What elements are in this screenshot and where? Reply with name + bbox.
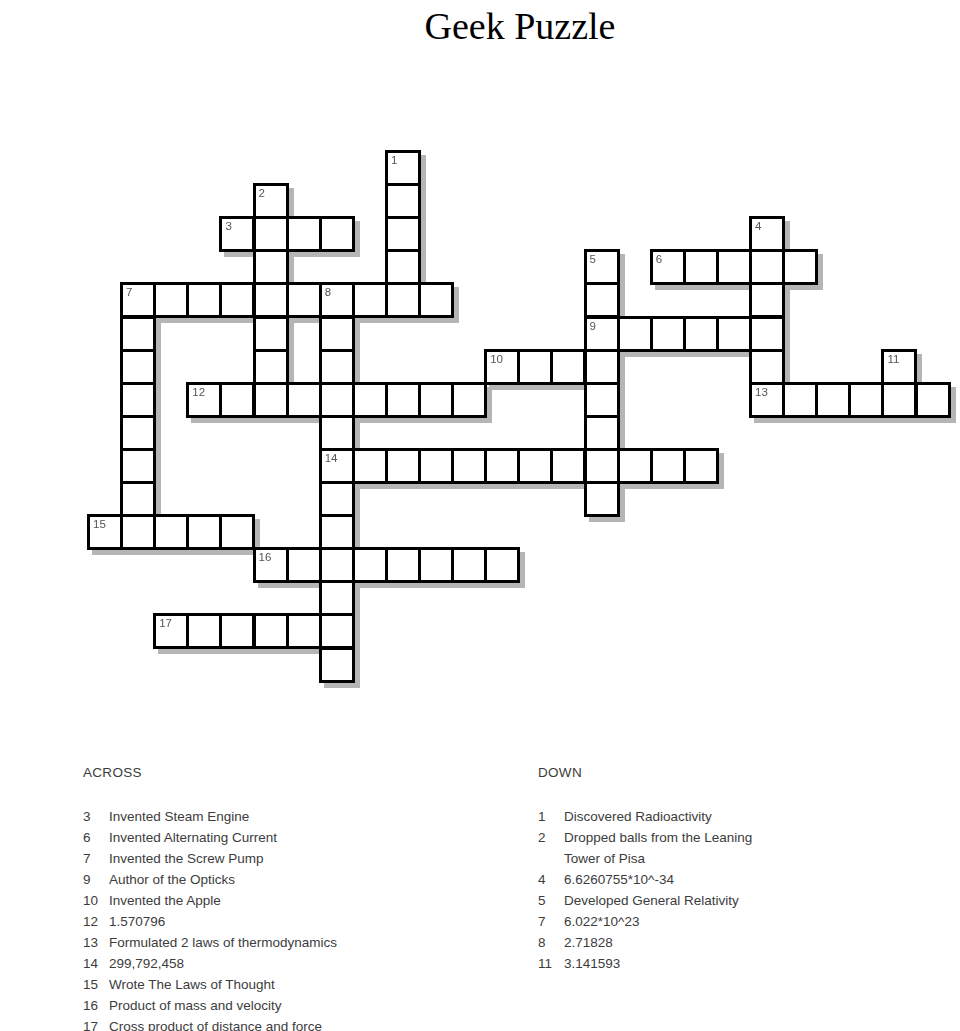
across-clue-17-number: 17	[83, 1016, 109, 1031]
cell-r2c9[interactable]	[385, 216, 421, 252]
cell-r10c1[interactable]	[120, 481, 156, 517]
cell-r14c3[interactable]	[186, 613, 222, 649]
cell-r4c8[interactable]	[352, 282, 388, 318]
across-clue-15: 15Wrote The Laws of Thought	[83, 974, 439, 995]
clue-number-6: 6	[656, 252, 662, 266]
cell-r4c7[interactable]: 8	[319, 282, 355, 318]
cell-r2c6[interactable]	[286, 216, 322, 252]
cell-r7c5[interactable]	[253, 382, 289, 418]
clue-number-16: 16	[259, 550, 272, 564]
cell-r5c18[interactable]	[683, 316, 719, 352]
down-clue-2-number: 2	[538, 827, 564, 848]
cell-r4c4[interactable]	[219, 282, 255, 318]
cell-r3c5[interactable]	[253, 249, 289, 285]
down-clue-4-number: 4	[538, 869, 564, 890]
cell-r14c7[interactable]	[319, 613, 355, 649]
cell-r5c15[interactable]: 9	[584, 316, 620, 352]
cell-r4c20[interactable]	[749, 282, 785, 318]
down-clue-2: 2Dropped balls from the Leaning Tower of…	[538, 827, 776, 869]
cell-r11c2[interactable]	[153, 514, 189, 550]
cell-r11c7[interactable]	[319, 514, 355, 550]
across-clue-3-text: Invented Steam Engine	[109, 806, 439, 827]
cell-r13c7[interactable]	[319, 580, 355, 616]
clue-number-9: 9	[590, 319, 596, 333]
cell-r4c1[interactable]: 7	[120, 282, 156, 318]
cell-r5c19[interactable]	[716, 316, 752, 352]
across-clue-15-number: 15	[83, 974, 109, 995]
cell-r14c5[interactable]	[253, 613, 289, 649]
clue-number-3: 3	[225, 219, 231, 233]
cell-r8c7[interactable]	[319, 415, 355, 451]
crossword-page: Geek Puzzle 1234567891011121314151617 AC…	[0, 0, 960, 1031]
cell-r9c13[interactable]	[517, 448, 553, 484]
cell-r4c6[interactable]	[286, 282, 322, 318]
cell-r10c7[interactable]	[319, 481, 355, 517]
cell-r6c15[interactable]	[584, 349, 620, 385]
cell-r4c9[interactable]	[385, 282, 421, 318]
cell-r9c12[interactable]	[484, 448, 520, 484]
down-clue-11-number: 11	[538, 953, 564, 974]
cell-r6c20[interactable]	[749, 349, 785, 385]
across-clue-7: 7Invented the Screw Pump	[83, 848, 439, 869]
down-clue-8: 82.71828	[538, 932, 776, 953]
cell-r7c4[interactable]	[219, 382, 255, 418]
cell-r9c10[interactable]	[418, 448, 454, 484]
across-clue-13-number: 13	[83, 932, 109, 953]
down-clue-4: 46.6260755*10^-34	[538, 869, 776, 890]
across-clue-15-text: Wrote The Laws of Thought	[109, 974, 439, 995]
clue-number-1: 1	[391, 153, 397, 167]
cell-r3c18[interactable]	[683, 249, 719, 285]
clue-number-10: 10	[490, 352, 503, 366]
down-clue-8-number: 8	[538, 932, 564, 953]
page-title: Geek Puzzle	[87, 4, 953, 48]
cell-r6c5[interactable]	[253, 349, 289, 385]
cell-r7c3[interactable]: 12	[186, 382, 222, 418]
cell-r10c15[interactable]	[584, 481, 620, 517]
across-clue-6-text: Invented Alternating Current	[109, 827, 439, 848]
down-clue-11: 113.141593	[538, 953, 776, 974]
cell-r9c18[interactable]	[683, 448, 719, 484]
cell-r9c1[interactable]	[120, 448, 156, 484]
cell-r3c21[interactable]	[782, 249, 818, 285]
across-clue-3-number: 3	[83, 806, 109, 827]
clue-number-5: 5	[590, 252, 596, 266]
across-clue-7-text: Invented the Screw Pump	[109, 848, 439, 869]
cell-r11c3[interactable]	[186, 514, 222, 550]
across-clue-10-text: Invented the Apple	[109, 890, 439, 911]
cell-r6c12[interactable]: 10	[484, 349, 520, 385]
cell-r3c17[interactable]: 6	[650, 249, 686, 285]
cell-r9c7[interactable]: 14	[319, 448, 355, 484]
across-clue-17-text: Cross product of distance and force	[109, 1016, 439, 1031]
cell-r11c0[interactable]: 15	[87, 514, 123, 550]
cell-r6c24[interactable]: 11	[881, 349, 917, 385]
cell-r12c10[interactable]	[418, 547, 454, 583]
cell-r6c7[interactable]	[319, 349, 355, 385]
cell-r5c5[interactable]	[253, 316, 289, 352]
down-clue-1-text: Discovered Radioactivity	[564, 806, 776, 827]
down-clue-1-number: 1	[538, 806, 564, 827]
clue-number-12: 12	[192, 385, 205, 399]
clue-number-4: 4	[755, 219, 761, 233]
across-clue-13: 13Formulated 2 laws of thermodynamics	[83, 932, 439, 953]
cell-r7c23[interactable]	[848, 382, 884, 418]
cell-r0c9[interactable]: 1	[385, 150, 421, 186]
down-clue-5: 5Developed General Relativity	[538, 890, 776, 911]
cell-r12c9[interactable]	[385, 547, 421, 583]
across-clue-9-text: Author of the Opticks	[109, 869, 439, 890]
across-clues-section: ACROSS 3Invented Steam Engine6Invented A…	[83, 764, 439, 1031]
across-clue-12-text: 1.570796	[109, 911, 439, 932]
clue-number-15: 15	[93, 517, 106, 531]
cell-r6c1[interactable]	[120, 349, 156, 385]
across-clue-9: 9Author of the Opticks	[83, 869, 439, 890]
down-clue-2-text: Dropped balls from the Leaning Tower of …	[564, 827, 776, 869]
across-clue-12: 121.570796	[83, 911, 439, 932]
cell-r8c1[interactable]	[120, 415, 156, 451]
cell-r9c9[interactable]	[385, 448, 421, 484]
across-clue-6-number: 6	[83, 827, 109, 848]
across-clue-14-number: 14	[83, 953, 109, 974]
down-clue-7-number: 7	[538, 911, 564, 932]
cell-r14c6[interactable]	[286, 613, 322, 649]
clue-number-13: 13	[755, 385, 768, 399]
cell-r9c14[interactable]	[550, 448, 586, 484]
cell-r4c15[interactable]	[584, 282, 620, 318]
cell-r7c25[interactable]	[915, 382, 951, 418]
clue-number-2: 2	[259, 186, 265, 200]
cell-r7c15[interactable]	[584, 382, 620, 418]
cell-r1c9[interactable]	[385, 183, 421, 219]
cell-r7c8[interactable]	[352, 382, 388, 418]
across-clue-14: 14299,792,458	[83, 953, 439, 974]
cell-r3c9[interactable]	[385, 249, 421, 285]
down-clue-5-text: Developed General Relativity	[564, 890, 776, 911]
cell-r14c4[interactable]	[219, 613, 255, 649]
cell-r7c21[interactable]	[782, 382, 818, 418]
cell-r8c15[interactable]	[584, 415, 620, 451]
cell-r5c1[interactable]	[120, 316, 156, 352]
cell-r5c17[interactable]	[650, 316, 686, 352]
cell-r14c2[interactable]: 17	[153, 613, 189, 649]
down-clue-7-text: 6.022*10^23	[564, 911, 776, 932]
cell-r9c8[interactable]	[352, 448, 388, 484]
across-clue-16-text: Product of mass and velocity	[109, 995, 439, 1016]
cell-r12c11[interactable]	[451, 547, 487, 583]
clue-number-14: 14	[325, 451, 338, 465]
across-clue-6: 6Invented Alternating Current	[83, 827, 439, 848]
across-clue-16: 16Product of mass and velocity	[83, 995, 439, 1016]
cell-r2c5[interactable]	[253, 216, 289, 252]
across-clue-10: 10Invented the Apple	[83, 890, 439, 911]
down-clue-11-text: 3.141593	[564, 953, 776, 974]
clue-number-7: 7	[126, 285, 132, 299]
cell-r9c11[interactable]	[451, 448, 487, 484]
down-header: DOWN	[538, 764, 776, 781]
cell-r5c7[interactable]	[319, 316, 355, 352]
across-clue-3: 3Invented Steam Engine	[83, 806, 439, 827]
cell-r11c4[interactable]	[219, 514, 255, 550]
cell-r4c5[interactable]	[253, 282, 289, 318]
cell-r4c2[interactable]	[153, 282, 189, 318]
cell-r7c20[interactable]: 13	[749, 382, 785, 418]
cell-r9c15[interactable]	[584, 448, 620, 484]
cell-r12c6[interactable]	[286, 547, 322, 583]
across-header: ACROSS	[83, 764, 439, 781]
cell-r7c24[interactable]	[881, 382, 917, 418]
cell-r7c10[interactable]	[418, 382, 454, 418]
across-clue-list: 3Invented Steam Engine6Invented Alternat…	[83, 806, 439, 1031]
clue-number-17: 17	[159, 616, 172, 630]
cell-r7c9[interactable]	[385, 382, 421, 418]
clue-number-8: 8	[325, 285, 331, 299]
across-clue-12-number: 12	[83, 911, 109, 932]
across-clue-10-number: 10	[83, 890, 109, 911]
cell-r7c6[interactable]	[286, 382, 322, 418]
down-clue-5-number: 5	[538, 890, 564, 911]
cell-r3c15[interactable]: 5	[584, 249, 620, 285]
across-clue-16-number: 16	[83, 995, 109, 1016]
down-clue-7: 76.022*10^23	[538, 911, 776, 932]
cell-r5c16[interactable]	[617, 316, 653, 352]
cell-r7c1[interactable]	[120, 382, 156, 418]
cell-r5c20[interactable]	[749, 316, 785, 352]
cell-r4c3[interactable]	[186, 282, 222, 318]
down-clues-section: DOWN 1Discovered Radioactivity2Dropped b…	[538, 764, 776, 974]
cell-r7c7[interactable]	[319, 382, 355, 418]
across-clue-13-text: Formulated 2 laws of thermodynamics	[109, 932, 439, 953]
down-clue-list: 1Discovered Radioactivity2Dropped balls …	[538, 806, 776, 974]
across-clue-7-number: 7	[83, 848, 109, 869]
cell-r12c5[interactable]: 16	[253, 547, 289, 583]
cell-r6c13[interactable]	[517, 349, 553, 385]
down-clue-4-text: 6.6260755*10^-34	[564, 869, 776, 890]
cell-r9c16[interactable]	[617, 448, 653, 484]
cell-r1c5[interactable]: 2	[253, 183, 289, 219]
cell-r6c14[interactable]	[550, 349, 586, 385]
across-clue-17: 17Cross product of distance and force	[83, 1016, 439, 1031]
cell-r12c12[interactable]	[484, 547, 520, 583]
cell-r12c7[interactable]	[319, 547, 355, 583]
cell-r7c11[interactable]	[451, 382, 487, 418]
clue-number-11: 11	[887, 352, 899, 366]
across-clue-9-number: 9	[83, 869, 109, 890]
cell-r12c8[interactable]	[352, 547, 388, 583]
cell-r15c7[interactable]	[319, 647, 355, 683]
cell-r3c20[interactable]	[749, 249, 785, 285]
crossword-board: 1234567891011121314151617	[87, 150, 955, 683]
cell-r2c4[interactable]: 3	[219, 216, 255, 252]
cell-r3c19[interactable]	[716, 249, 752, 285]
across-clue-14-text: 299,792,458	[109, 953, 439, 974]
down-clue-8-text: 2.71828	[564, 932, 776, 953]
cell-r11c1[interactable]	[120, 514, 156, 550]
down-clue-1: 1Discovered Radioactivity	[538, 806, 776, 827]
cell-r9c17[interactable]	[650, 448, 686, 484]
cell-r4c10[interactable]	[418, 282, 454, 318]
cell-r2c7[interactable]	[319, 216, 355, 252]
cell-r7c22[interactable]	[815, 382, 851, 418]
cell-r2c20[interactable]: 4	[749, 216, 785, 252]
